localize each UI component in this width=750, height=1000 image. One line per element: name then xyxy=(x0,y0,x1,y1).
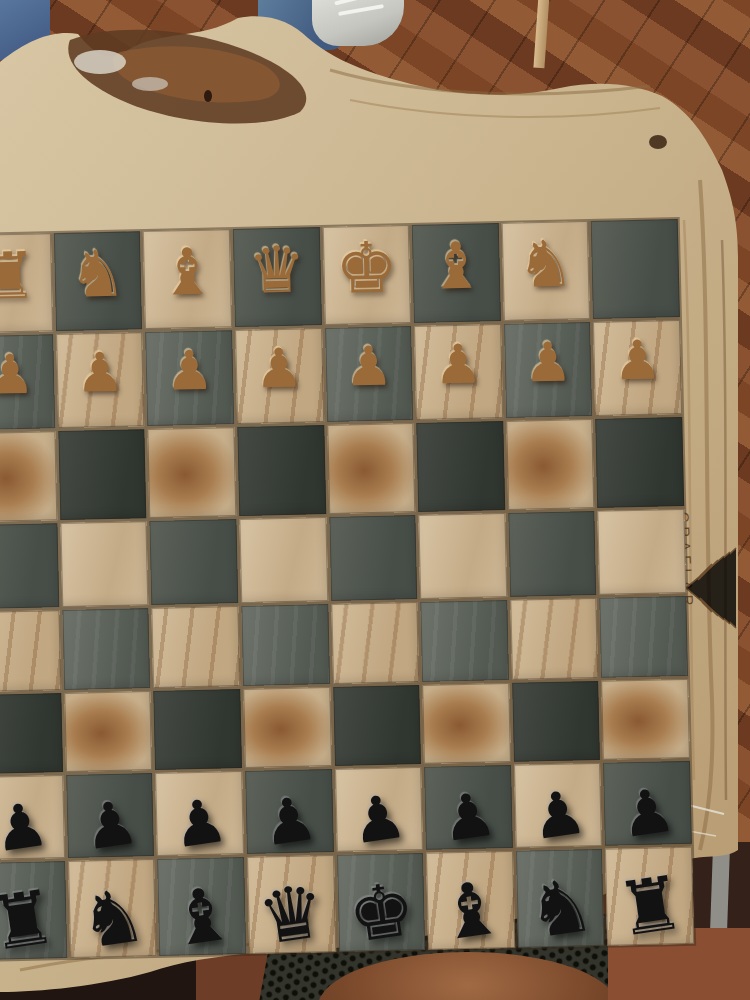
piece-white-pawn[interactable]: ♟ xyxy=(75,346,125,401)
piece-black-rook[interactable]: ♜ xyxy=(0,878,61,961)
knot xyxy=(204,90,212,102)
square-g5[interactable] xyxy=(62,608,150,690)
bark-pocket xyxy=(132,77,168,91)
square-d2[interactable]: ♟ xyxy=(325,326,414,422)
square-g6[interactable] xyxy=(64,691,152,772)
square-d4[interactable] xyxy=(329,515,418,601)
piece-white-bishop[interactable]: ♝ xyxy=(158,239,217,304)
square-b5[interactable] xyxy=(510,598,598,680)
square-g3[interactable] xyxy=(58,429,147,520)
square-f6[interactable] xyxy=(154,689,242,770)
piece-black-knight[interactable]: ♞ xyxy=(74,876,150,959)
piece-white-pawn[interactable]: ♟ xyxy=(0,348,35,403)
square-d5[interactable] xyxy=(331,602,419,684)
square-a5[interactable] xyxy=(600,596,688,678)
square-f4[interactable] xyxy=(150,519,239,605)
square-d7[interactable]: ♟ xyxy=(335,767,423,852)
piece-white-pawn[interactable]: ♟ xyxy=(523,335,573,390)
piece-black-pawn[interactable]: ♟ xyxy=(168,788,231,856)
square-h2[interactable]: ♟ xyxy=(0,334,55,430)
piece-black-king[interactable]: ♚ xyxy=(343,870,419,953)
piece-white-pawn[interactable]: ♟ xyxy=(254,342,304,397)
piece-black-pawn[interactable]: ♟ xyxy=(0,792,52,860)
square-h1[interactable]: ♜ xyxy=(0,233,53,333)
bark-pocket xyxy=(74,50,126,74)
square-h4[interactable] xyxy=(0,523,59,609)
square-a1[interactable] xyxy=(591,219,680,319)
square-c6[interactable] xyxy=(422,683,510,764)
piece-black-bishop[interactable]: ♝ xyxy=(164,874,240,957)
square-c4[interactable] xyxy=(418,513,507,599)
square-e3[interactable] xyxy=(237,425,326,516)
square-h8[interactable]: ♜ xyxy=(0,861,67,960)
square-a2[interactable]: ♟ xyxy=(593,320,682,416)
piece-black-pawn[interactable]: ♟ xyxy=(258,786,321,854)
piece-white-queen[interactable]: ♛ xyxy=(248,237,307,302)
square-b1[interactable]: ♞ xyxy=(501,221,590,321)
square-h5[interactable] xyxy=(0,610,61,692)
square-b8[interactable]: ♞ xyxy=(516,849,605,948)
square-g7[interactable]: ♟ xyxy=(66,773,154,858)
square-f3[interactable] xyxy=(148,427,237,518)
square-a8[interactable]: ♜ xyxy=(605,847,694,946)
square-e1[interactable]: ♛ xyxy=(233,227,322,327)
square-f7[interactable]: ♟ xyxy=(155,771,243,856)
piece-white-rook[interactable]: ♜ xyxy=(0,244,38,309)
square-b7[interactable]: ♟ xyxy=(514,763,602,848)
piece-white-bishop[interactable]: ♝ xyxy=(427,233,486,298)
square-a7[interactable]: ♟ xyxy=(603,761,691,846)
square-b6[interactable] xyxy=(512,681,600,762)
piece-black-pawn[interactable]: ♟ xyxy=(348,784,411,852)
square-f1[interactable]: ♝ xyxy=(143,229,232,329)
square-e5[interactable] xyxy=(241,604,329,686)
square-e4[interactable] xyxy=(239,517,328,603)
piece-white-pawn[interactable]: ♟ xyxy=(344,339,394,394)
square-f5[interactable] xyxy=(152,606,240,688)
square-b2[interactable]: ♟ xyxy=(504,322,593,418)
square-e6[interactable] xyxy=(243,687,331,768)
square-c7[interactable]: ♟ xyxy=(424,765,512,850)
chess-board: ♜♞♝♛♚♝♞♟♟♟♟♟♟♟♟♟♟♟♟♟♟♟♟♜♞♝♛♚♝♞♜ xyxy=(0,219,694,960)
piece-black-rook[interactable]: ♜ xyxy=(612,864,688,947)
piece-black-pawn[interactable]: ♟ xyxy=(437,782,500,850)
piece-white-king[interactable]: ♚ xyxy=(334,232,398,303)
piece-black-pawn[interactable]: ♟ xyxy=(79,790,142,858)
square-f2[interactable]: ♟ xyxy=(145,330,234,426)
piece-black-pawn[interactable]: ♟ xyxy=(616,778,679,846)
square-d3[interactable] xyxy=(327,423,416,514)
knot xyxy=(649,135,667,149)
piece-white-knight[interactable]: ♞ xyxy=(516,231,575,296)
square-e2[interactable]: ♟ xyxy=(235,328,324,424)
piece-white-knight[interactable]: ♞ xyxy=(68,242,127,307)
square-c3[interactable] xyxy=(416,421,505,512)
piece-white-pawn[interactable]: ♟ xyxy=(434,337,484,392)
square-a6[interactable] xyxy=(602,679,690,760)
square-e8[interactable]: ♛ xyxy=(247,855,336,954)
square-a4[interactable] xyxy=(598,509,687,595)
piece-white-pawn[interactable]: ♟ xyxy=(613,333,663,388)
square-g4[interactable] xyxy=(60,521,149,607)
square-c1[interactable]: ♝ xyxy=(412,223,501,323)
square-c8[interactable]: ♝ xyxy=(426,851,515,950)
square-d1[interactable]: ♚ xyxy=(322,225,411,325)
square-a3[interactable] xyxy=(596,417,685,508)
square-f8[interactable]: ♝ xyxy=(157,857,246,956)
piece-white-pawn[interactable]: ♟ xyxy=(165,344,215,399)
square-c2[interactable]: ♟ xyxy=(414,324,503,420)
piece-black-pawn[interactable]: ♟ xyxy=(527,780,590,848)
square-h7[interactable]: ♟ xyxy=(0,775,65,860)
piece-black-queen[interactable]: ♛ xyxy=(253,872,329,955)
square-d8[interactable]: ♚ xyxy=(337,853,426,952)
square-d6[interactable] xyxy=(333,685,421,766)
piece-black-bishop[interactable]: ♝ xyxy=(433,868,509,951)
piece-black-knight[interactable]: ♞ xyxy=(522,866,598,949)
square-b4[interactable] xyxy=(508,511,597,597)
square-h3[interactable] xyxy=(0,431,57,522)
square-h6[interactable] xyxy=(0,693,63,774)
square-g1[interactable]: ♞ xyxy=(53,231,142,331)
square-c5[interactable] xyxy=(420,600,508,682)
square-e7[interactable]: ♟ xyxy=(245,769,333,854)
square-b3[interactable] xyxy=(506,419,595,510)
square-g2[interactable]: ♟ xyxy=(56,332,145,428)
square-g8[interactable]: ♞ xyxy=(68,859,157,958)
